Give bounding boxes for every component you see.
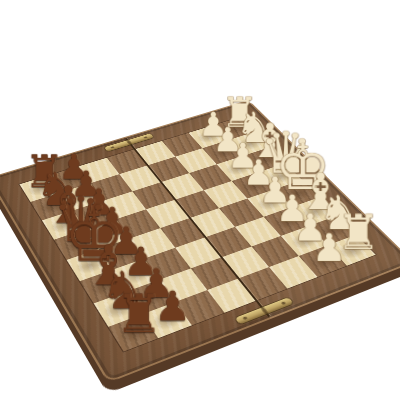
perspective-scene: ♜♞♝♛♚♝♞♜♟♟♟♟♟♟♟♟♟♟♟♟♟♟♟♟♜♞♝♛♚♝♞♜: [0, 0, 400, 400]
piece-layer: ♜♞♝♛♚♝♞♜♟♟♟♟♟♟♟♟♟♟♟♟♟♟♟♟♜♞♝♛♚♝♞♜: [20, 117, 376, 351]
piece-white-pawn-h2: ♟: [299, 245, 347, 277]
product-photo-stage: ♜♞♝♛♚♝♞♜♟♟♟♟♟♟♟♟♟♟♟♟♟♟♟♟♜♞♝♛♚♝♞♜: [0, 0, 400, 400]
folding-chessboard: ♜♞♝♛♚♝♞♜♟♟♟♟♟♟♟♟♟♟♟♟♟♟♟♟♜♞♝♛♚♝♞♜: [0, 100, 400, 383]
white-pawn-glyph: ♟: [291, 229, 367, 267]
black-rook-glyph: ♜: [97, 288, 180, 341]
piece-black-rook-h8: ♜: [108, 314, 158, 351]
